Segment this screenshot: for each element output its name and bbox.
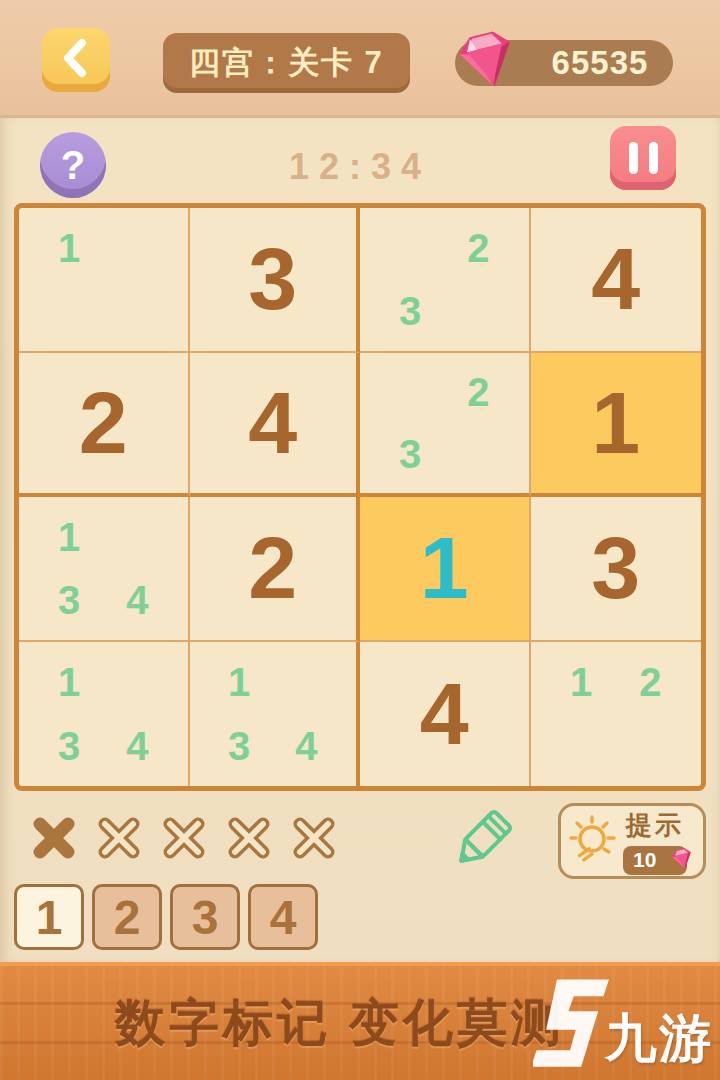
grid-cell-r0c1[interactable]: 3 <box>190 208 361 353</box>
grid-cell-r0c2[interactable]: 23 <box>360 208 531 353</box>
promo-banner: 数字标记 变化莫测 九游 <box>0 962 720 1080</box>
pencil-mark: 3 <box>206 714 273 778</box>
pencil-mark: 3 <box>35 568 103 631</box>
hint-cost-value: 10 <box>633 848 656 872</box>
back-chevron-icon <box>56 34 96 86</box>
pencil-marks: 23 <box>376 361 513 486</box>
watermark-text: 九游 <box>605 1004 713 1074</box>
grid-cell-r2c1[interactable]: 2 <box>190 497 361 642</box>
pencil-mark: 3 <box>35 714 103 778</box>
number-button-4[interactable]: 4 <box>248 884 318 950</box>
pencil-mark: 2 <box>616 650 685 714</box>
given-digit: 2 <box>248 524 297 612</box>
number-button-3[interactable]: 3 <box>170 884 240 950</box>
pencil-mark: 1 <box>35 216 103 279</box>
grid-cell-r3c1[interactable]: 134 <box>190 642 361 787</box>
pencil-mark: 2 <box>444 361 512 423</box>
top-bar: 四宫：关卡 7 65535 <box>0 0 720 118</box>
gem-icon <box>440 22 532 108</box>
given-digit: 3 <box>591 524 640 612</box>
given-digit: 4 <box>420 670 469 758</box>
grid-cell-r3c3[interactable]: 12 <box>531 642 702 787</box>
pencil-marks: 134 <box>35 650 172 779</box>
grid-cell-r1c1[interactable]: 4 <box>190 353 361 498</box>
grid-cell-r2c2[interactable]: 1 <box>360 497 531 642</box>
mistake-slot-icon <box>93 812 145 864</box>
back-button[interactable] <box>42 28 110 92</box>
level-title: 四宫：关卡 7 <box>163 33 410 93</box>
pencil-marks: 134 <box>35 505 172 632</box>
grid-cell-r3c0[interactable]: 134 <box>19 642 190 787</box>
pencil-mark: 1 <box>35 650 103 714</box>
pencil-mark: 3 <box>376 423 444 485</box>
grid-cell-r1c2[interactable]: 23 <box>360 353 531 498</box>
pause-icon <box>649 142 658 174</box>
pencil-mark: 4 <box>103 714 171 778</box>
number-button-1[interactable]: 1 <box>14 884 84 950</box>
mistake-slot-icon <box>223 812 275 864</box>
number-pad: 1 2 3 4 <box>14 884 318 950</box>
board: 1323424231134213134134412 <box>14 203 706 791</box>
grid-cell-r0c0[interactable]: 1 <box>19 208 190 353</box>
hint-info: 提示 10 <box>623 808 687 875</box>
pencil-mark: 3 <box>376 279 444 342</box>
given-digit: 1 <box>591 379 640 467</box>
grid-cell-r0c3[interactable]: 4 <box>531 208 702 353</box>
user-digit: 1 <box>420 524 469 612</box>
pencil-mark: 1 <box>206 650 273 714</box>
pencil-marks: 1 <box>35 216 172 343</box>
pencil-mark: 4 <box>103 568 171 631</box>
gem-counter[interactable]: 65535 <box>440 22 716 102</box>
watermark-logo-icon <box>533 976 611 1080</box>
grid-cell-r1c3[interactable]: 1 <box>531 353 702 498</box>
given-digit: 4 <box>591 235 640 323</box>
gem-icon <box>665 844 699 881</box>
grid-cell-r2c0[interactable]: 134 <box>19 497 190 642</box>
number-button-2[interactable]: 2 <box>92 884 162 950</box>
mistake-slot-icon <box>158 812 210 864</box>
pencil-mark: 2 <box>444 216 512 279</box>
grid-cell-r1c0[interactable]: 2 <box>19 353 190 498</box>
mistake-used-icon <box>28 812 80 864</box>
grid-cell-r3c2[interactable]: 4 <box>360 642 531 787</box>
hint-cost-badge: 10 <box>623 846 687 875</box>
lightbulb-icon <box>565 807 623 875</box>
pause-button[interactable] <box>610 126 676 190</box>
given-digit: 2 <box>79 379 128 467</box>
grid-cell-r2c3[interactable]: 3 <box>531 497 702 642</box>
gem-count-value: 65535 <box>552 44 649 82</box>
mistakes <box>28 812 340 864</box>
pencil-mark: 1 <box>547 650 616 714</box>
pencil-mark: 4 <box>273 714 340 778</box>
pencil-marks: 23 <box>376 216 513 343</box>
screen: 四宫：关卡 7 65535 <box>0 0 720 1080</box>
level-title-text: 四宫：关卡 7 <box>189 42 384 84</box>
eraser-button[interactable] <box>444 802 520 882</box>
mistake-slot-icon <box>288 812 340 864</box>
given-digit: 4 <box>248 379 297 467</box>
watermark: 九游 <box>533 974 718 1080</box>
pencil-marks: 134 <box>206 650 341 779</box>
hint-button[interactable]: 提示 10 <box>558 803 706 879</box>
eraser-pencil-icon <box>446 802 518 882</box>
pencil-mark: 1 <box>35 505 103 568</box>
pause-icon <box>629 142 638 174</box>
given-digit: 3 <box>248 235 297 323</box>
pencil-marks: 12 <box>547 650 686 779</box>
hint-label: 提示 <box>626 808 684 843</box>
